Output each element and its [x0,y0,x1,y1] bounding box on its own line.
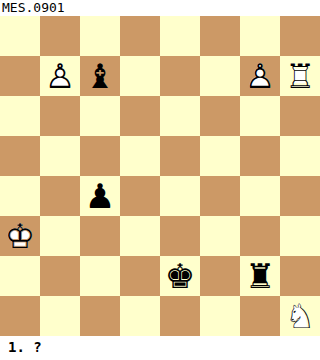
square-f8[interactable] [200,16,240,56]
square-a7[interactable] [0,56,40,96]
square-b2[interactable] [40,256,80,296]
square-e1[interactable] [160,296,200,336]
black-king: ♚ [160,256,200,296]
square-f7[interactable] [200,56,240,96]
white-pawn: ♟♙ [240,56,280,96]
square-d5[interactable] [120,136,160,176]
square-g3[interactable] [240,216,280,256]
square-b3[interactable] [40,216,80,256]
square-g1[interactable] [240,296,280,336]
square-e2[interactable]: ♚ [160,256,200,296]
square-f6[interactable] [200,96,240,136]
square-c2[interactable] [80,256,120,296]
square-g6[interactable] [240,96,280,136]
square-e6[interactable] [160,96,200,136]
square-a2[interactable] [0,256,40,296]
square-f3[interactable] [200,216,240,256]
white-king: ♚♔ [0,216,40,256]
square-a3[interactable]: ♚♔ [0,216,40,256]
square-e4[interactable] [160,176,200,216]
move-prompt: 1. ? [0,336,320,360]
square-d7[interactable] [120,56,160,96]
square-e7[interactable] [160,56,200,96]
square-a4[interactable] [0,176,40,216]
square-e3[interactable] [160,216,200,256]
square-b8[interactable] [40,16,80,56]
square-h4[interactable] [280,176,320,216]
white-pawn: ♟♙ [40,56,80,96]
square-d1[interactable] [120,296,160,336]
square-d6[interactable] [120,96,160,136]
square-c3[interactable] [80,216,120,256]
square-f1[interactable] [200,296,240,336]
chess-board: ♟♙♝♟♙♜♖♟♚♔♚♜♞♘ [0,16,320,336]
square-g7[interactable]: ♟♙ [240,56,280,96]
square-b7[interactable]: ♟♙ [40,56,80,96]
square-a6[interactable] [0,96,40,136]
black-rook: ♜ [240,256,280,296]
square-c7[interactable]: ♝ [80,56,120,96]
square-d3[interactable] [120,216,160,256]
white-knight: ♞♘ [280,296,320,336]
black-bishop: ♝ [80,56,120,96]
square-g5[interactable] [240,136,280,176]
square-b5[interactable] [40,136,80,176]
square-e8[interactable] [160,16,200,56]
puzzle-id: MES.0901 [0,0,320,16]
square-c4[interactable]: ♟ [80,176,120,216]
square-c1[interactable] [80,296,120,336]
square-h1[interactable]: ♞♘ [280,296,320,336]
black-pawn: ♟ [80,176,120,216]
square-b6[interactable] [40,96,80,136]
square-h6[interactable] [280,96,320,136]
square-h8[interactable] [280,16,320,56]
square-d2[interactable] [120,256,160,296]
chess-diagram: MES.0901 ♟♙♝♟♙♜♖♟♚♔♚♜♞♘ 1. ? [0,0,320,360]
square-f4[interactable] [200,176,240,216]
square-c8[interactable] [80,16,120,56]
white-rook: ♜♖ [280,56,320,96]
square-c5[interactable] [80,136,120,176]
square-b4[interactable] [40,176,80,216]
square-h2[interactable] [280,256,320,296]
square-g2[interactable]: ♜ [240,256,280,296]
square-g8[interactable] [240,16,280,56]
square-h3[interactable] [280,216,320,256]
square-h5[interactable] [280,136,320,176]
square-d8[interactable] [120,16,160,56]
square-g4[interactable] [240,176,280,216]
square-e5[interactable] [160,136,200,176]
square-f2[interactable] [200,256,240,296]
square-h7[interactable]: ♜♖ [280,56,320,96]
square-c6[interactable] [80,96,120,136]
square-a8[interactable] [0,16,40,56]
square-f5[interactable] [200,136,240,176]
square-a1[interactable] [0,296,40,336]
square-d4[interactable] [120,176,160,216]
square-a5[interactable] [0,136,40,176]
square-b1[interactable] [40,296,80,336]
